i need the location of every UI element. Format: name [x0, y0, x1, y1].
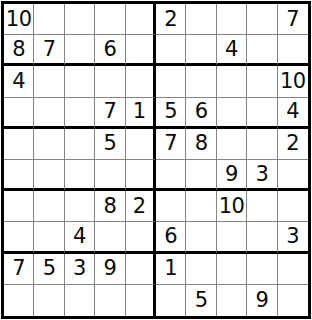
cell-r2c3-empty[interactable] [65, 35, 95, 66]
cell-r10c3-empty[interactable] [65, 285, 95, 316]
cell-r8c10-given[interactable]: 3 [278, 222, 308, 253]
cell-r3c1-given[interactable]: 4 [4, 66, 34, 97]
cell-r7c8-given[interactable]: 10 [217, 191, 247, 222]
sudoku-page: 102787644107156457829382104637539159 [0, 0, 312, 320]
cell-r6c2-empty[interactable] [34, 160, 64, 191]
cell-r10c10-empty[interactable] [278, 285, 308, 316]
cell-r9c1-given[interactable]: 7 [4, 254, 34, 285]
cell-r6c3-empty[interactable] [65, 160, 95, 191]
cell-r9c4-given[interactable]: 9 [95, 254, 125, 285]
cell-r2c7-empty[interactable] [186, 35, 216, 66]
cell-r2c6-empty[interactable] [156, 35, 186, 66]
cell-r6c5-empty[interactable] [126, 160, 156, 191]
cell-r8c6-given[interactable]: 6 [156, 222, 186, 253]
cell-r6c7-empty[interactable] [186, 160, 216, 191]
cell-r4c3-empty[interactable] [65, 98, 95, 129]
cell-r7c10-empty[interactable] [278, 191, 308, 222]
cell-r9c5-empty[interactable] [126, 254, 156, 285]
cell-r4c4-given[interactable]: 7 [95, 98, 125, 129]
cell-r9c2-given[interactable]: 5 [34, 254, 64, 285]
cell-r10c2-empty[interactable] [34, 285, 64, 316]
cell-r9c10-empty[interactable] [278, 254, 308, 285]
cell-r7c6-empty[interactable] [156, 191, 186, 222]
cell-r2c9-empty[interactable] [247, 35, 277, 66]
cell-r5c4-given[interactable]: 5 [95, 129, 125, 160]
cell-r9c3-given[interactable]: 3 [65, 254, 95, 285]
cell-r7c5-given[interactable]: 2 [126, 191, 156, 222]
cell-r7c7-empty[interactable] [186, 191, 216, 222]
cell-r5c2-empty[interactable] [34, 129, 64, 160]
cell-r3c7-empty[interactable] [186, 66, 216, 97]
cell-r8c4-empty[interactable] [95, 222, 125, 253]
sudoku-board: 102787644107156457829382104637539159 [1, 1, 311, 319]
cell-r2c1-given[interactable]: 8 [4, 35, 34, 66]
cell-r3c8-empty[interactable] [217, 66, 247, 97]
cell-r10c8-empty[interactable] [217, 285, 247, 316]
cell-r10c4-empty[interactable] [95, 285, 125, 316]
cell-r5c1-empty[interactable] [4, 129, 34, 160]
cell-r6c9-given[interactable]: 3 [247, 160, 277, 191]
cell-r10c9-given[interactable]: 9 [247, 285, 277, 316]
cell-r3c4-empty[interactable] [95, 66, 125, 97]
cell-r3c5-empty[interactable] [126, 66, 156, 97]
cell-r5c5-empty[interactable] [126, 129, 156, 160]
cell-r9c9-empty[interactable] [247, 254, 277, 285]
cell-r1c5-empty[interactable] [126, 4, 156, 35]
cell-r4c10-given[interactable]: 4 [278, 98, 308, 129]
cell-r1c9-empty[interactable] [247, 4, 277, 35]
cell-r7c9-empty[interactable] [247, 191, 277, 222]
cell-r5c10-given[interactable]: 2 [278, 129, 308, 160]
cell-r7c1-empty[interactable] [4, 191, 34, 222]
cell-r7c3-empty[interactable] [65, 191, 95, 222]
cell-r1c7-empty[interactable] [186, 4, 216, 35]
cell-r2c10-empty[interactable] [278, 35, 308, 66]
cell-r3c6-empty[interactable] [156, 66, 186, 97]
cell-r10c5-empty[interactable] [126, 285, 156, 316]
cell-r9c6-given[interactable]: 1 [156, 254, 186, 285]
cell-r8c5-empty[interactable] [126, 222, 156, 253]
cell-r5c9-empty[interactable] [247, 129, 277, 160]
cell-r9c7-empty[interactable] [186, 254, 216, 285]
cell-r6c10-empty[interactable] [278, 160, 308, 191]
cell-r4c5-given[interactable]: 1 [126, 98, 156, 129]
cell-r1c4-empty[interactable] [95, 4, 125, 35]
cell-r5c7-given[interactable]: 8 [186, 129, 216, 160]
cell-r6c1-empty[interactable] [4, 160, 34, 191]
cell-r1c6-given[interactable]: 2 [156, 4, 186, 35]
cell-r1c1-given[interactable]: 10 [4, 4, 34, 35]
cell-r2c2-given[interactable]: 7 [34, 35, 64, 66]
cell-r1c8-empty[interactable] [217, 4, 247, 35]
cell-r4c2-empty[interactable] [34, 98, 64, 129]
cell-r9c8-empty[interactable] [217, 254, 247, 285]
cell-r7c4-given[interactable]: 8 [95, 191, 125, 222]
cell-r2c5-empty[interactable] [126, 35, 156, 66]
cell-r5c3-empty[interactable] [65, 129, 95, 160]
cell-r3c10-given[interactable]: 10 [278, 66, 308, 97]
cell-r10c7-given[interactable]: 5 [186, 285, 216, 316]
cell-r6c6-empty[interactable] [156, 160, 186, 191]
cell-r4c8-empty[interactable] [217, 98, 247, 129]
cell-r4c1-empty[interactable] [4, 98, 34, 129]
cell-r8c9-empty[interactable] [247, 222, 277, 253]
cell-r4c9-empty[interactable] [247, 98, 277, 129]
cell-r4c6-given[interactable]: 5 [156, 98, 186, 129]
cell-r3c9-empty[interactable] [247, 66, 277, 97]
cell-r10c6-empty[interactable] [156, 285, 186, 316]
cell-r7c2-empty[interactable] [34, 191, 64, 222]
cell-r8c3-given[interactable]: 4 [65, 222, 95, 253]
cell-r3c2-empty[interactable] [34, 66, 64, 97]
cell-r8c2-empty[interactable] [34, 222, 64, 253]
cell-r5c8-empty[interactable] [217, 129, 247, 160]
cell-r4c7-given[interactable]: 6 [186, 98, 216, 129]
cell-r2c8-given[interactable]: 4 [217, 35, 247, 66]
cell-r1c10-given[interactable]: 7 [278, 4, 308, 35]
cell-r6c4-empty[interactable] [95, 160, 125, 191]
cell-r3c3-empty[interactable] [65, 66, 95, 97]
cell-r8c1-empty[interactable] [4, 222, 34, 253]
cell-r1c3-empty[interactable] [65, 4, 95, 35]
cell-r10c1-empty[interactable] [4, 285, 34, 316]
cell-r8c7-empty[interactable] [186, 222, 216, 253]
cell-r6c8-given[interactable]: 9 [217, 160, 247, 191]
cell-r5c6-given[interactable]: 7 [156, 129, 186, 160]
cell-r2c4-given[interactable]: 6 [95, 35, 125, 66]
cell-r1c2-empty[interactable] [34, 4, 64, 35]
cell-r8c8-empty[interactable] [217, 222, 247, 253]
